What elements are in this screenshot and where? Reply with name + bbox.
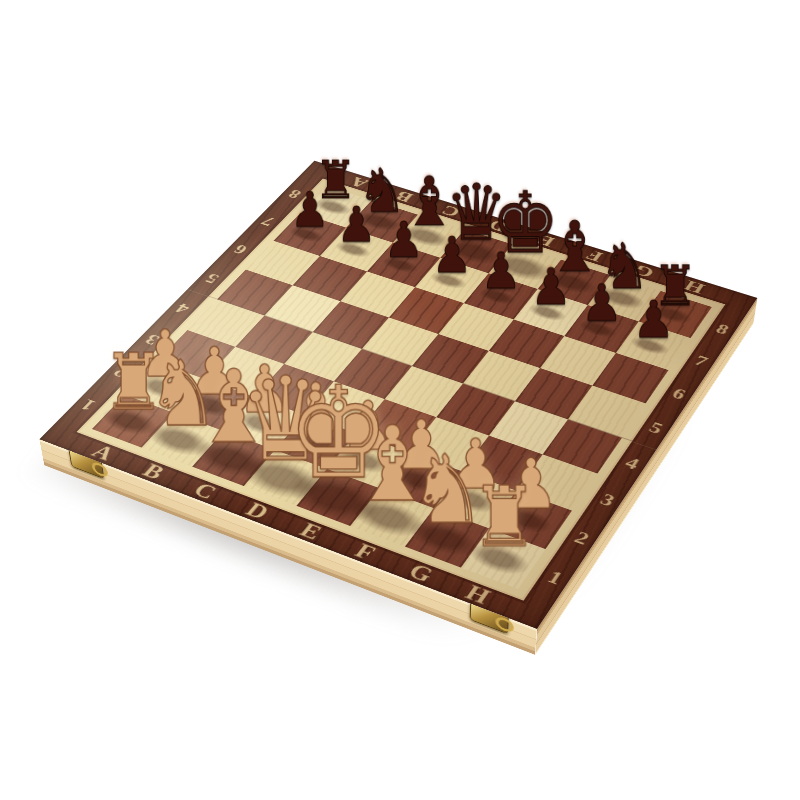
piece-shadow xyxy=(497,502,557,537)
chess-board: AABBCCDDEEFFGGHH1122334455667788 ♜♞♝♛♚♝♞… xyxy=(40,161,758,629)
piece-shadow xyxy=(442,483,502,518)
piece-white-pawn-d2: ♟ xyxy=(271,371,361,441)
piece-shadow xyxy=(283,426,341,459)
piece-shadow xyxy=(388,463,447,497)
piece-white-pawn-g2: ♟ xyxy=(429,427,521,500)
piece-shadow xyxy=(182,390,239,421)
piece-white-pawn-h2: ♟ xyxy=(484,446,577,519)
piece-white-pawn-e2: ♟ xyxy=(323,389,414,460)
product-photo-scene: AABBCCDDEEFFGGHH1122334455667788 ♜♞♝♛♚♝♞… xyxy=(0,0,800,800)
